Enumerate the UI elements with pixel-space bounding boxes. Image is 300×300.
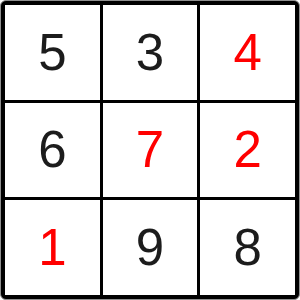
- grid-cell-r2c3[interactable]: 2: [200, 103, 295, 198]
- cell-value: 4: [233, 27, 261, 78]
- grid-cell-r1c3[interactable]: 4: [200, 5, 295, 100]
- cell-value: 2: [233, 124, 261, 175]
- grid-cell-r3c3[interactable]: 8: [200, 200, 295, 295]
- cell-value: 8: [233, 222, 261, 273]
- cell-value: 6: [38, 124, 66, 175]
- cell-value: 5: [38, 27, 66, 78]
- puzzle-board: 5 3 4 6 7 2 1 9 8: [0, 0, 300, 300]
- cell-value: 9: [136, 222, 164, 273]
- grid-cell-r2c2[interactable]: 7: [103, 103, 198, 198]
- grid-cell-r3c2[interactable]: 9: [103, 200, 198, 295]
- grid-cell-r1c2[interactable]: 3: [103, 5, 198, 100]
- cell-value: 1: [38, 222, 66, 273]
- grid-cell-r3c1[interactable]: 1: [5, 200, 100, 295]
- cell-value: 3: [136, 27, 164, 78]
- grid-cell-r1c1[interactable]: 5: [5, 5, 100, 100]
- cell-value: 7: [136, 124, 164, 175]
- grid-cell-r2c1[interactable]: 6: [5, 103, 100, 198]
